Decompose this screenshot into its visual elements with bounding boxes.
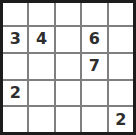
- empty-cell-r4c5[interactable]: [109, 81, 133, 106]
- empty-cell-r3c2[interactable]: [29, 54, 53, 79]
- empty-cell-r3c1[interactable]: [3, 54, 27, 79]
- puzzle-grid: 346722: [3, 3, 133, 132]
- empty-cell-r4c4[interactable]: [82, 81, 106, 106]
- empty-cell-r4c2[interactable]: [29, 81, 53, 106]
- clue-cell-r5c5[interactable]: 2: [109, 107, 133, 132]
- empty-cell-r1c1[interactable]: [3, 3, 27, 25]
- clue-cell-r2c4[interactable]: 6: [82, 27, 106, 52]
- empty-cell-r5c3[interactable]: [56, 107, 80, 132]
- empty-cell-r5c4[interactable]: [82, 107, 106, 132]
- clue-cell-r4c1[interactable]: 2: [3, 81, 27, 106]
- empty-cell-r1c3[interactable]: [56, 3, 80, 25]
- empty-cell-r2c3[interactable]: [56, 27, 80, 52]
- empty-cell-r3c3[interactable]: [56, 54, 80, 79]
- empty-cell-r2c5[interactable]: [109, 27, 133, 52]
- puzzle-board: 346722: [0, 0, 136, 135]
- empty-cell-r4c3[interactable]: [56, 81, 80, 106]
- empty-cell-r5c2[interactable]: [29, 107, 53, 132]
- clue-cell-r2c2[interactable]: 4: [29, 27, 53, 52]
- empty-cell-r1c2[interactable]: [29, 3, 53, 25]
- clue-cell-r2c1[interactable]: 3: [3, 27, 27, 52]
- empty-cell-r3c5[interactable]: [109, 54, 133, 79]
- empty-cell-r5c1[interactable]: [3, 107, 27, 132]
- clue-cell-r3c4[interactable]: 7: [82, 54, 106, 79]
- empty-cell-r1c5[interactable]: [109, 3, 133, 25]
- empty-cell-r1c4[interactable]: [82, 3, 106, 25]
